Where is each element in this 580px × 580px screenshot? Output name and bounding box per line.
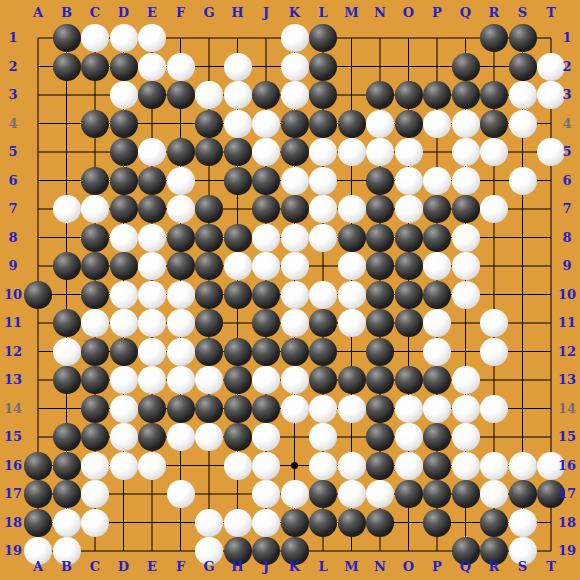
intersection-J18[interactable] bbox=[252, 508, 281, 537]
intersection-E14[interactable] bbox=[138, 394, 167, 423]
intersection-M3[interactable] bbox=[337, 81, 366, 110]
intersection-F10[interactable] bbox=[166, 280, 195, 309]
intersection-H17[interactable] bbox=[223, 480, 252, 509]
intersection-A14[interactable] bbox=[24, 394, 53, 423]
intersection-C7[interactable] bbox=[81, 195, 110, 224]
intersection-H11[interactable] bbox=[223, 309, 252, 338]
intersection-C14[interactable] bbox=[81, 394, 110, 423]
intersection-D6[interactable] bbox=[109, 166, 138, 195]
intersection-D8[interactable] bbox=[109, 223, 138, 252]
intersection-Q9[interactable] bbox=[451, 252, 480, 281]
intersection-P6[interactable] bbox=[423, 166, 452, 195]
intersection-E9[interactable] bbox=[138, 252, 167, 281]
intersection-G4[interactable] bbox=[195, 109, 224, 138]
intersection-O10[interactable] bbox=[394, 280, 423, 309]
intersection-A10[interactable] bbox=[24, 280, 53, 309]
intersection-P8[interactable] bbox=[423, 223, 452, 252]
intersection-K12[interactable] bbox=[280, 337, 309, 366]
intersection-N12[interactable] bbox=[366, 337, 395, 366]
intersection-R18[interactable] bbox=[480, 508, 509, 537]
intersection-N8[interactable] bbox=[366, 223, 395, 252]
intersection-P15[interactable] bbox=[423, 423, 452, 452]
intersection-R9[interactable] bbox=[480, 252, 509, 281]
intersection-N14[interactable] bbox=[366, 394, 395, 423]
intersection-C13[interactable] bbox=[81, 366, 110, 395]
intersection-S6[interactable] bbox=[508, 166, 537, 195]
intersection-R4[interactable] bbox=[480, 109, 509, 138]
intersection-D10[interactable] bbox=[109, 280, 138, 309]
intersection-O4[interactable] bbox=[394, 109, 423, 138]
intersection-B12[interactable] bbox=[52, 337, 81, 366]
intersection-Q6[interactable] bbox=[451, 166, 480, 195]
intersection-J2[interactable] bbox=[252, 52, 281, 81]
intersection-N10[interactable] bbox=[366, 280, 395, 309]
intersection-G17[interactable] bbox=[195, 480, 224, 509]
intersection-J5[interactable] bbox=[252, 138, 281, 167]
intersection-G1[interactable] bbox=[195, 24, 224, 53]
intersection-K15[interactable] bbox=[280, 423, 309, 452]
intersection-E13[interactable] bbox=[138, 366, 167, 395]
intersection-M9[interactable] bbox=[337, 252, 366, 281]
intersection-K6[interactable] bbox=[280, 166, 309, 195]
intersection-M5[interactable] bbox=[337, 138, 366, 167]
intersection-J15[interactable] bbox=[252, 423, 281, 452]
intersection-O5[interactable] bbox=[394, 138, 423, 167]
intersection-S4[interactable] bbox=[508, 109, 537, 138]
intersection-A17[interactable] bbox=[24, 480, 53, 509]
intersection-S18[interactable] bbox=[508, 508, 537, 537]
intersection-E11[interactable] bbox=[138, 309, 167, 338]
intersection-L5[interactable] bbox=[309, 138, 338, 167]
intersection-G11[interactable] bbox=[195, 309, 224, 338]
intersection-S8[interactable] bbox=[508, 223, 537, 252]
intersection-P5[interactable] bbox=[423, 138, 452, 167]
intersection-B3[interactable] bbox=[52, 81, 81, 110]
intersection-C12[interactable] bbox=[81, 337, 110, 366]
intersection-K2[interactable] bbox=[280, 52, 309, 81]
intersection-H18[interactable] bbox=[223, 508, 252, 537]
intersection-E18[interactable] bbox=[138, 508, 167, 537]
intersection-H5[interactable] bbox=[223, 138, 252, 167]
intersection-E10[interactable] bbox=[138, 280, 167, 309]
intersection-O9[interactable] bbox=[394, 252, 423, 281]
intersection-N2[interactable] bbox=[366, 52, 395, 81]
intersection-O2[interactable] bbox=[394, 52, 423, 81]
intersection-M16[interactable] bbox=[337, 451, 366, 480]
intersection-P18[interactable] bbox=[423, 508, 452, 537]
intersection-B13[interactable] bbox=[52, 366, 81, 395]
intersection-J1[interactable] bbox=[252, 24, 281, 53]
intersection-B4[interactable] bbox=[52, 109, 81, 138]
intersection-A12[interactable] bbox=[24, 337, 53, 366]
intersection-A9[interactable] bbox=[24, 252, 53, 281]
intersection-N13[interactable] bbox=[366, 366, 395, 395]
intersection-N3[interactable] bbox=[366, 81, 395, 110]
intersection-G5[interactable] bbox=[195, 138, 224, 167]
intersection-P11[interactable] bbox=[423, 309, 452, 338]
intersection-S15[interactable] bbox=[508, 423, 537, 452]
intersection-H9[interactable] bbox=[223, 252, 252, 281]
intersection-R8[interactable] bbox=[480, 223, 509, 252]
intersection-C9[interactable] bbox=[81, 252, 110, 281]
intersection-L2[interactable] bbox=[309, 52, 338, 81]
intersection-L9[interactable] bbox=[309, 252, 338, 281]
intersection-M1[interactable] bbox=[337, 24, 366, 53]
intersection-D16[interactable] bbox=[109, 451, 138, 480]
intersection-R3[interactable] bbox=[480, 81, 509, 110]
intersection-O11[interactable] bbox=[394, 309, 423, 338]
intersection-K7[interactable] bbox=[280, 195, 309, 224]
intersection-D14[interactable] bbox=[109, 394, 138, 423]
intersection-S2[interactable] bbox=[508, 52, 537, 81]
intersection-E1[interactable] bbox=[138, 24, 167, 53]
intersection-M8[interactable] bbox=[337, 223, 366, 252]
intersection-E15[interactable] bbox=[138, 423, 167, 452]
intersection-K5[interactable] bbox=[280, 138, 309, 167]
intersection-J9[interactable] bbox=[252, 252, 281, 281]
intersection-R2[interactable] bbox=[480, 52, 509, 81]
intersection-Q4[interactable] bbox=[451, 109, 480, 138]
intersection-N4[interactable] bbox=[366, 109, 395, 138]
intersection-H13[interactable] bbox=[223, 366, 252, 395]
intersection-S1[interactable] bbox=[508, 24, 537, 53]
intersection-L6[interactable] bbox=[309, 166, 338, 195]
intersection-K8[interactable] bbox=[280, 223, 309, 252]
intersection-R14[interactable] bbox=[480, 394, 509, 423]
intersection-M4[interactable] bbox=[337, 109, 366, 138]
intersection-A15[interactable] bbox=[24, 423, 53, 452]
intersection-D17[interactable] bbox=[109, 480, 138, 509]
intersection-E3[interactable] bbox=[138, 81, 167, 110]
intersection-Q11[interactable] bbox=[451, 309, 480, 338]
intersection-A18[interactable] bbox=[24, 508, 53, 537]
intersection-F13[interactable] bbox=[166, 366, 195, 395]
intersection-F14[interactable] bbox=[166, 394, 195, 423]
intersection-E5[interactable] bbox=[138, 138, 167, 167]
intersection-L3[interactable] bbox=[309, 81, 338, 110]
intersection-G3[interactable] bbox=[195, 81, 224, 110]
intersection-K16[interactable] bbox=[280, 451, 309, 480]
intersection-B9[interactable] bbox=[52, 252, 81, 281]
intersection-P13[interactable] bbox=[423, 366, 452, 395]
intersection-K13[interactable] bbox=[280, 366, 309, 395]
intersection-M14[interactable] bbox=[337, 394, 366, 423]
intersection-G18[interactable] bbox=[195, 508, 224, 537]
intersection-C18[interactable] bbox=[81, 508, 110, 537]
intersection-B10[interactable] bbox=[52, 280, 81, 309]
intersection-J16[interactable] bbox=[252, 451, 281, 480]
intersection-G2[interactable] bbox=[195, 52, 224, 81]
intersection-R7[interactable] bbox=[480, 195, 509, 224]
intersection-C2[interactable] bbox=[81, 52, 110, 81]
intersection-K3[interactable] bbox=[280, 81, 309, 110]
intersection-N11[interactable] bbox=[366, 309, 395, 338]
intersection-O15[interactable] bbox=[394, 423, 423, 452]
intersection-M15[interactable] bbox=[337, 423, 366, 452]
intersection-Q17[interactable] bbox=[451, 480, 480, 509]
intersection-L4[interactable] bbox=[309, 109, 338, 138]
intersection-O17[interactable] bbox=[394, 480, 423, 509]
intersection-A2[interactable] bbox=[24, 52, 53, 81]
intersection-R13[interactable] bbox=[480, 366, 509, 395]
intersection-B16[interactable] bbox=[52, 451, 81, 480]
intersection-F17[interactable] bbox=[166, 480, 195, 509]
intersection-N17[interactable] bbox=[366, 480, 395, 509]
intersection-S11[interactable] bbox=[508, 309, 537, 338]
intersection-L1[interactable] bbox=[309, 24, 338, 53]
intersection-B8[interactable] bbox=[52, 223, 81, 252]
intersection-J8[interactable] bbox=[252, 223, 281, 252]
intersection-Q14[interactable] bbox=[451, 394, 480, 423]
intersection-C5[interactable] bbox=[81, 138, 110, 167]
intersection-A13[interactable] bbox=[24, 366, 53, 395]
intersection-N7[interactable] bbox=[366, 195, 395, 224]
intersection-P16[interactable] bbox=[423, 451, 452, 480]
intersection-M7[interactable] bbox=[337, 195, 366, 224]
intersection-G9[interactable] bbox=[195, 252, 224, 281]
intersection-G8[interactable] bbox=[195, 223, 224, 252]
intersection-S14[interactable] bbox=[508, 394, 537, 423]
intersection-B15[interactable] bbox=[52, 423, 81, 452]
intersection-P14[interactable] bbox=[423, 394, 452, 423]
intersection-P1[interactable] bbox=[423, 24, 452, 53]
intersection-S5[interactable] bbox=[508, 138, 537, 167]
intersection-S3[interactable] bbox=[508, 81, 537, 110]
intersection-S16[interactable] bbox=[508, 451, 537, 480]
intersection-J13[interactable] bbox=[252, 366, 281, 395]
intersection-S7[interactable] bbox=[508, 195, 537, 224]
intersection-H2[interactable] bbox=[223, 52, 252, 81]
intersection-O16[interactable] bbox=[394, 451, 423, 480]
intersection-N18[interactable] bbox=[366, 508, 395, 537]
intersection-F3[interactable] bbox=[166, 81, 195, 110]
intersection-G16[interactable] bbox=[195, 451, 224, 480]
intersection-S9[interactable] bbox=[508, 252, 537, 281]
intersection-O7[interactable] bbox=[394, 195, 423, 224]
intersection-M17[interactable] bbox=[337, 480, 366, 509]
intersection-C10[interactable] bbox=[81, 280, 110, 309]
intersection-J6[interactable] bbox=[252, 166, 281, 195]
intersection-B17[interactable] bbox=[52, 480, 81, 509]
intersection-K17[interactable] bbox=[280, 480, 309, 509]
intersection-D13[interactable] bbox=[109, 366, 138, 395]
intersection-O3[interactable] bbox=[394, 81, 423, 110]
intersection-J17[interactable] bbox=[252, 480, 281, 509]
intersection-E16[interactable] bbox=[138, 451, 167, 480]
intersection-R15[interactable] bbox=[480, 423, 509, 452]
intersection-F1[interactable] bbox=[166, 24, 195, 53]
intersection-C3[interactable] bbox=[81, 81, 110, 110]
intersection-G14[interactable] bbox=[195, 394, 224, 423]
intersection-Q7[interactable] bbox=[451, 195, 480, 224]
intersection-O6[interactable] bbox=[394, 166, 423, 195]
intersection-F8[interactable] bbox=[166, 223, 195, 252]
intersection-C15[interactable] bbox=[81, 423, 110, 452]
intersection-M12[interactable] bbox=[337, 337, 366, 366]
intersection-P12[interactable] bbox=[423, 337, 452, 366]
intersection-O8[interactable] bbox=[394, 223, 423, 252]
intersection-B5[interactable] bbox=[52, 138, 81, 167]
intersection-C8[interactable] bbox=[81, 223, 110, 252]
intersection-A5[interactable] bbox=[24, 138, 53, 167]
intersection-B2[interactable] bbox=[52, 52, 81, 81]
intersection-L15[interactable] bbox=[309, 423, 338, 452]
intersection-P10[interactable] bbox=[423, 280, 452, 309]
intersection-F11[interactable] bbox=[166, 309, 195, 338]
intersection-L14[interactable] bbox=[309, 394, 338, 423]
intersection-L10[interactable] bbox=[309, 280, 338, 309]
intersection-E8[interactable] bbox=[138, 223, 167, 252]
intersection-J12[interactable] bbox=[252, 337, 281, 366]
intersection-H14[interactable] bbox=[223, 394, 252, 423]
intersection-S17[interactable] bbox=[508, 480, 537, 509]
intersection-E4[interactable] bbox=[138, 109, 167, 138]
intersection-G13[interactable] bbox=[195, 366, 224, 395]
intersection-A3[interactable] bbox=[24, 81, 53, 110]
intersection-M18[interactable] bbox=[337, 508, 366, 537]
intersection-F9[interactable] bbox=[166, 252, 195, 281]
intersection-F18[interactable] bbox=[166, 508, 195, 537]
intersection-J7[interactable] bbox=[252, 195, 281, 224]
intersection-H1[interactable] bbox=[223, 24, 252, 53]
intersection-H15[interactable] bbox=[223, 423, 252, 452]
intersection-D9[interactable] bbox=[109, 252, 138, 281]
intersection-F5[interactable] bbox=[166, 138, 195, 167]
intersection-D5[interactable] bbox=[109, 138, 138, 167]
intersection-R16[interactable] bbox=[480, 451, 509, 480]
intersection-K10[interactable] bbox=[280, 280, 309, 309]
intersection-M10[interactable] bbox=[337, 280, 366, 309]
intersection-A16[interactable] bbox=[24, 451, 53, 480]
intersection-A8[interactable] bbox=[24, 223, 53, 252]
intersection-R1[interactable] bbox=[480, 24, 509, 53]
intersection-L18[interactable] bbox=[309, 508, 338, 537]
intersection-P4[interactable] bbox=[423, 109, 452, 138]
intersection-J3[interactable] bbox=[252, 81, 281, 110]
intersection-N15[interactable] bbox=[366, 423, 395, 452]
intersection-A6[interactable] bbox=[24, 166, 53, 195]
intersection-P7[interactable] bbox=[423, 195, 452, 224]
intersection-D1[interactable] bbox=[109, 24, 138, 53]
intersection-L13[interactable] bbox=[309, 366, 338, 395]
intersection-J11[interactable] bbox=[252, 309, 281, 338]
intersection-G15[interactable] bbox=[195, 423, 224, 452]
intersection-H7[interactable] bbox=[223, 195, 252, 224]
intersection-Q13[interactable] bbox=[451, 366, 480, 395]
intersection-K1[interactable] bbox=[280, 24, 309, 53]
intersection-L17[interactable] bbox=[309, 480, 338, 509]
intersection-B7[interactable] bbox=[52, 195, 81, 224]
intersection-D2[interactable] bbox=[109, 52, 138, 81]
intersection-H16[interactable] bbox=[223, 451, 252, 480]
intersection-H6[interactable] bbox=[223, 166, 252, 195]
intersection-S10[interactable] bbox=[508, 280, 537, 309]
intersection-J4[interactable] bbox=[252, 109, 281, 138]
intersection-C4[interactable] bbox=[81, 109, 110, 138]
intersection-G12[interactable] bbox=[195, 337, 224, 366]
intersection-J10[interactable] bbox=[252, 280, 281, 309]
intersection-D12[interactable] bbox=[109, 337, 138, 366]
intersection-Q12[interactable] bbox=[451, 337, 480, 366]
intersection-E17[interactable] bbox=[138, 480, 167, 509]
intersection-P3[interactable] bbox=[423, 81, 452, 110]
intersection-R6[interactable] bbox=[480, 166, 509, 195]
intersection-G10[interactable] bbox=[195, 280, 224, 309]
intersection-K11[interactable] bbox=[280, 309, 309, 338]
intersection-Q3[interactable] bbox=[451, 81, 480, 110]
intersection-L11[interactable] bbox=[309, 309, 338, 338]
intersection-Q5[interactable] bbox=[451, 138, 480, 167]
intersection-G7[interactable] bbox=[195, 195, 224, 224]
intersection-N9[interactable] bbox=[366, 252, 395, 281]
intersection-Q8[interactable] bbox=[451, 223, 480, 252]
intersection-H12[interactable] bbox=[223, 337, 252, 366]
intersection-D4[interactable] bbox=[109, 109, 138, 138]
intersection-L7[interactable] bbox=[309, 195, 338, 224]
intersection-P17[interactable] bbox=[423, 480, 452, 509]
intersection-L12[interactable] bbox=[309, 337, 338, 366]
intersection-O14[interactable] bbox=[394, 394, 423, 423]
intersection-D15[interactable] bbox=[109, 423, 138, 452]
intersection-B14[interactable] bbox=[52, 394, 81, 423]
intersection-Q2[interactable] bbox=[451, 52, 480, 81]
intersection-F6[interactable] bbox=[166, 166, 195, 195]
intersection-B18[interactable] bbox=[52, 508, 81, 537]
intersection-R5[interactable] bbox=[480, 138, 509, 167]
intersection-E7[interactable] bbox=[138, 195, 167, 224]
intersection-H8[interactable] bbox=[223, 223, 252, 252]
intersection-R12[interactable] bbox=[480, 337, 509, 366]
intersection-C6[interactable] bbox=[81, 166, 110, 195]
intersection-R10[interactable] bbox=[480, 280, 509, 309]
intersection-K4[interactable] bbox=[280, 109, 309, 138]
intersection-D11[interactable] bbox=[109, 309, 138, 338]
intersection-B11[interactable] bbox=[52, 309, 81, 338]
intersection-F2[interactable] bbox=[166, 52, 195, 81]
intersection-O13[interactable] bbox=[394, 366, 423, 395]
intersection-H4[interactable] bbox=[223, 109, 252, 138]
intersection-C11[interactable] bbox=[81, 309, 110, 338]
intersection-M6[interactable] bbox=[337, 166, 366, 195]
intersection-J14[interactable] bbox=[252, 394, 281, 423]
intersection-N6[interactable] bbox=[366, 166, 395, 195]
intersection-O12[interactable] bbox=[394, 337, 423, 366]
intersection-R11[interactable] bbox=[480, 309, 509, 338]
intersection-L8[interactable] bbox=[309, 223, 338, 252]
intersection-S12[interactable] bbox=[508, 337, 537, 366]
intersection-P9[interactable] bbox=[423, 252, 452, 281]
intersection-A4[interactable] bbox=[24, 109, 53, 138]
intersection-D18[interactable] bbox=[109, 508, 138, 537]
intersection-C17[interactable] bbox=[81, 480, 110, 509]
intersection-M13[interactable] bbox=[337, 366, 366, 395]
intersection-D3[interactable] bbox=[109, 81, 138, 110]
intersection-Q1[interactable] bbox=[451, 24, 480, 53]
intersection-E12[interactable] bbox=[138, 337, 167, 366]
intersection-O18[interactable] bbox=[394, 508, 423, 537]
intersection-K9[interactable] bbox=[280, 252, 309, 281]
intersection-F16[interactable] bbox=[166, 451, 195, 480]
intersection-B1[interactable] bbox=[52, 24, 81, 53]
intersection-O1[interactable] bbox=[394, 24, 423, 53]
intersection-L16[interactable] bbox=[309, 451, 338, 480]
intersection-Q15[interactable] bbox=[451, 423, 480, 452]
intersection-A7[interactable] bbox=[24, 195, 53, 224]
intersection-F7[interactable] bbox=[166, 195, 195, 224]
intersection-D7[interactable] bbox=[109, 195, 138, 224]
intersection-M2[interactable] bbox=[337, 52, 366, 81]
intersection-Q10[interactable] bbox=[451, 280, 480, 309]
